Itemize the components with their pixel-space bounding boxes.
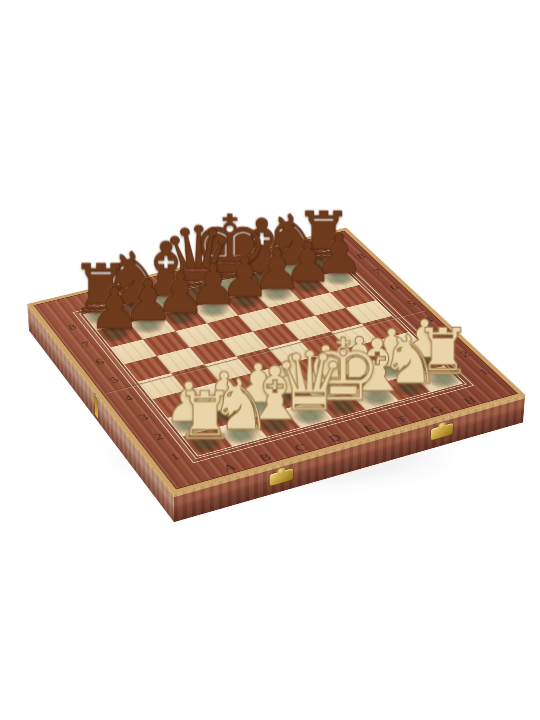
file-label-b: B [257, 452, 274, 463]
brass-clasp-icon [269, 468, 292, 486]
file-label-e: E [361, 423, 377, 433]
brass-hinge-icon [94, 396, 98, 419]
scene: AABBCCDDEEFFGGHH1122334455667788 ♜♞♝♛♚♝♞… [0, 0, 540, 720]
chess-board: AABBCCDDEEFFGGHH1122334455667788 ♜♞♝♛♚♝♞… [27, 228, 525, 494]
file-label-c: C [292, 442, 309, 453]
file-label-g: G [428, 404, 446, 415]
rank-label-1: 1 [168, 451, 182, 461]
brass-clasp-icon [430, 423, 452, 440]
file-label-f: F [396, 414, 411, 424]
rank-label-6-right: 6 [387, 283, 400, 291]
file-label-a: A [221, 462, 239, 473]
file-label-d: D [326, 433, 344, 444]
white-rook-icon: ♜ [141, 389, 269, 445]
file-label-h: H [461, 395, 479, 405]
product-photo: AABBCCDDEEFFGGHH1122334455667788 ♜♞♝♛♚♝♞… [0, 0, 540, 720]
rank-label-5: 5 [108, 375, 121, 384]
rank-label-5-right: 5 [404, 299, 417, 307]
rank-label-7: 7 [80, 340, 93, 349]
rank-label-6: 6 [93, 357, 106, 366]
